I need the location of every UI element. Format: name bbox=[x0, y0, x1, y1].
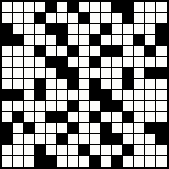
block-cell bbox=[90, 35, 101, 46]
grid-cell[interactable] bbox=[57, 90, 68, 101]
grid-cell[interactable] bbox=[134, 112, 145, 123]
grid-cell[interactable] bbox=[134, 68, 145, 79]
grid-cell[interactable] bbox=[24, 156, 35, 167]
block-cell bbox=[68, 2, 79, 13]
grid-cell[interactable] bbox=[134, 24, 145, 35]
block-cell bbox=[112, 2, 123, 13]
grid-cell[interactable] bbox=[156, 13, 167, 24]
block-cell bbox=[57, 112, 68, 123]
grid-cell[interactable] bbox=[57, 13, 68, 24]
block-cell bbox=[90, 112, 101, 123]
grid-cell[interactable] bbox=[134, 13, 145, 24]
grid-cell[interactable] bbox=[35, 24, 46, 35]
grid-cell[interactable] bbox=[79, 2, 90, 13]
grid-cell[interactable] bbox=[90, 13, 101, 24]
grid-cell[interactable] bbox=[134, 46, 145, 57]
grid-cell[interactable] bbox=[35, 35, 46, 46]
grid-cell[interactable] bbox=[46, 68, 57, 79]
block-cell bbox=[156, 68, 167, 79]
grid-cell[interactable] bbox=[134, 145, 145, 156]
grid-cell[interactable] bbox=[35, 112, 46, 123]
grid-cell[interactable] bbox=[57, 2, 68, 13]
grid-cell[interactable] bbox=[13, 24, 24, 35]
block-cell bbox=[123, 79, 134, 90]
grid-cell[interactable] bbox=[123, 35, 134, 46]
block-cell bbox=[156, 123, 167, 134]
grid-cell[interactable] bbox=[24, 68, 35, 79]
grid-cell[interactable] bbox=[145, 145, 156, 156]
grid-cell[interactable] bbox=[79, 123, 90, 134]
grid-cell[interactable] bbox=[101, 68, 112, 79]
block-cell bbox=[2, 134, 13, 145]
grid-cell[interactable] bbox=[112, 145, 123, 156]
grid-cell[interactable] bbox=[35, 101, 46, 112]
grid-cell[interactable] bbox=[13, 13, 24, 24]
grid-cell[interactable] bbox=[156, 145, 167, 156]
block-cell bbox=[46, 57, 57, 68]
grid-cell[interactable] bbox=[24, 24, 35, 35]
grid-cell[interactable] bbox=[79, 134, 90, 145]
block-cell bbox=[2, 35, 13, 46]
grid-cell[interactable] bbox=[13, 46, 24, 57]
block-cell bbox=[145, 123, 156, 134]
grid-cell[interactable] bbox=[145, 101, 156, 112]
grid-cell[interactable] bbox=[156, 79, 167, 90]
grid-cell[interactable] bbox=[101, 79, 112, 90]
grid-cell[interactable] bbox=[112, 57, 123, 68]
grid-cell[interactable] bbox=[79, 24, 90, 35]
block-cell bbox=[90, 156, 101, 167]
grid-cell[interactable] bbox=[145, 112, 156, 123]
grid-cell[interactable] bbox=[156, 112, 167, 123]
grid-cell[interactable] bbox=[101, 2, 112, 13]
grid-cell[interactable] bbox=[2, 13, 13, 24]
grid-cell[interactable] bbox=[90, 68, 101, 79]
block-cell bbox=[112, 46, 123, 57]
grid-cell[interactable] bbox=[101, 112, 112, 123]
block-cell bbox=[134, 35, 145, 46]
grid-cell[interactable] bbox=[156, 57, 167, 68]
grid-cell[interactable] bbox=[123, 156, 134, 167]
block-cell bbox=[46, 2, 57, 13]
grid-cell[interactable] bbox=[24, 145, 35, 156]
block-cell bbox=[13, 90, 24, 101]
block-cell bbox=[68, 46, 79, 57]
block-cell bbox=[79, 13, 90, 24]
grid-cell[interactable] bbox=[35, 2, 46, 13]
grid-cell[interactable] bbox=[145, 90, 156, 101]
grid-cell[interactable] bbox=[2, 112, 13, 123]
grid-cell[interactable] bbox=[79, 101, 90, 112]
block-cell bbox=[101, 24, 112, 35]
grid-cell[interactable] bbox=[123, 101, 134, 112]
grid-cell[interactable] bbox=[145, 2, 156, 13]
grid-cell[interactable] bbox=[79, 156, 90, 167]
block-cell bbox=[68, 68, 79, 79]
grid-cell[interactable] bbox=[24, 35, 35, 46]
block-cell bbox=[123, 112, 134, 123]
block-cell bbox=[57, 68, 68, 79]
grid-cell[interactable] bbox=[134, 90, 145, 101]
grid-cell[interactable] bbox=[68, 90, 79, 101]
grid-cell[interactable] bbox=[156, 101, 167, 112]
grid-cell[interactable] bbox=[13, 145, 24, 156]
grid-cell[interactable] bbox=[2, 57, 13, 68]
block-cell bbox=[156, 24, 167, 35]
grid-cell[interactable] bbox=[145, 24, 156, 35]
crossword-grid bbox=[0, 0, 169, 169]
block-cell bbox=[35, 13, 46, 24]
block-cell bbox=[90, 79, 101, 90]
grid-cell[interactable] bbox=[79, 46, 90, 57]
grid-cell[interactable] bbox=[46, 79, 57, 90]
grid-cell[interactable] bbox=[90, 24, 101, 35]
grid-cell[interactable] bbox=[134, 101, 145, 112]
grid-cell[interactable] bbox=[13, 134, 24, 145]
block-cell bbox=[68, 101, 79, 112]
grid-cell[interactable] bbox=[57, 101, 68, 112]
grid-cell[interactable] bbox=[57, 79, 68, 90]
block-cell bbox=[57, 35, 68, 46]
grid-cell[interactable] bbox=[35, 134, 46, 145]
grid-cell[interactable] bbox=[35, 68, 46, 79]
grid-cell[interactable] bbox=[90, 134, 101, 145]
grid-cell[interactable] bbox=[24, 46, 35, 57]
block-cell bbox=[46, 24, 57, 35]
grid-cell[interactable] bbox=[68, 13, 79, 24]
grid-cell[interactable] bbox=[24, 79, 35, 90]
block-cell bbox=[57, 134, 68, 145]
block-cell bbox=[46, 112, 57, 123]
block-cell bbox=[101, 46, 112, 57]
grid-cell[interactable] bbox=[145, 134, 156, 145]
block-cell bbox=[13, 35, 24, 46]
block-cell bbox=[57, 57, 68, 68]
grid-cell[interactable] bbox=[24, 57, 35, 68]
block-cell bbox=[35, 156, 46, 167]
grid-cell[interactable] bbox=[46, 13, 57, 24]
grid-cell[interactable] bbox=[57, 46, 68, 57]
grid-cell[interactable] bbox=[2, 79, 13, 90]
grid-cell[interactable] bbox=[156, 46, 167, 57]
grid-cell[interactable] bbox=[2, 46, 13, 57]
block-cell bbox=[101, 134, 112, 145]
grid-cell[interactable] bbox=[156, 90, 167, 101]
grid-cell[interactable] bbox=[101, 156, 112, 167]
grid-cell[interactable] bbox=[123, 134, 134, 145]
block-cell bbox=[68, 123, 79, 134]
block-cell bbox=[35, 90, 46, 101]
grid-cell[interactable] bbox=[112, 112, 123, 123]
block-cell bbox=[101, 90, 112, 101]
block-cell bbox=[156, 35, 167, 46]
grid-cell[interactable] bbox=[35, 57, 46, 68]
block-cell bbox=[57, 24, 68, 35]
grid-cell[interactable] bbox=[156, 2, 167, 13]
grid-cell[interactable] bbox=[57, 123, 68, 134]
grid-cell[interactable] bbox=[112, 24, 123, 35]
grid-cell[interactable] bbox=[2, 145, 13, 156]
grid-cell[interactable] bbox=[134, 134, 145, 145]
grid-cell[interactable] bbox=[68, 57, 79, 68]
block-cell bbox=[112, 101, 123, 112]
grid-cell[interactable] bbox=[134, 57, 145, 68]
block-cell bbox=[68, 79, 79, 90]
grid-cell[interactable] bbox=[79, 57, 90, 68]
grid-cell[interactable] bbox=[112, 123, 123, 134]
block-cell bbox=[112, 156, 123, 167]
grid-cell[interactable] bbox=[123, 123, 134, 134]
block-cell bbox=[112, 134, 123, 145]
grid-cell[interactable] bbox=[46, 46, 57, 57]
grid-cell[interactable] bbox=[13, 101, 24, 112]
grid-cell[interactable] bbox=[101, 57, 112, 68]
grid-cell[interactable] bbox=[24, 13, 35, 24]
grid-cell[interactable] bbox=[68, 112, 79, 123]
grid-cell[interactable] bbox=[112, 79, 123, 90]
block-cell bbox=[123, 68, 134, 79]
grid-cell[interactable] bbox=[123, 90, 134, 101]
grid-cell[interactable] bbox=[2, 2, 13, 13]
grid-cell[interactable] bbox=[24, 90, 35, 101]
grid-cell[interactable] bbox=[46, 145, 57, 156]
grid-cell[interactable] bbox=[79, 112, 90, 123]
grid-cell[interactable] bbox=[90, 46, 101, 57]
grid-cell[interactable] bbox=[24, 2, 35, 13]
grid-cell[interactable] bbox=[101, 145, 112, 156]
grid-cell[interactable] bbox=[90, 101, 101, 112]
grid-cell[interactable] bbox=[2, 68, 13, 79]
grid-cell[interactable] bbox=[46, 134, 57, 145]
grid-cell[interactable] bbox=[123, 57, 134, 68]
grid-cell[interactable] bbox=[134, 156, 145, 167]
grid-cell[interactable] bbox=[24, 134, 35, 145]
grid-cell[interactable] bbox=[68, 134, 79, 145]
grid-cell[interactable] bbox=[134, 2, 145, 13]
grid-cell[interactable] bbox=[123, 46, 134, 57]
grid-cell[interactable] bbox=[57, 145, 68, 156]
grid-cell[interactable] bbox=[79, 68, 90, 79]
grid-cell[interactable] bbox=[13, 2, 24, 13]
grid-cell[interactable] bbox=[112, 13, 123, 24]
block-cell bbox=[123, 2, 134, 13]
block-cell bbox=[24, 123, 35, 134]
grid-cell[interactable] bbox=[13, 156, 24, 167]
block-cell bbox=[79, 145, 90, 156]
grid-cell[interactable] bbox=[145, 156, 156, 167]
grid-cell[interactable] bbox=[112, 68, 123, 79]
grid-cell[interactable] bbox=[156, 156, 167, 167]
grid-cell[interactable] bbox=[145, 35, 156, 46]
grid-cell[interactable] bbox=[13, 79, 24, 90]
grid-cell[interactable] bbox=[46, 90, 57, 101]
grid-cell[interactable] bbox=[68, 35, 79, 46]
block-cell bbox=[2, 90, 13, 101]
block-cell bbox=[35, 145, 46, 156]
grid-cell[interactable] bbox=[68, 145, 79, 156]
block-cell bbox=[156, 134, 167, 145]
grid-cell[interactable] bbox=[46, 101, 57, 112]
block-cell bbox=[123, 145, 134, 156]
grid-cell[interactable] bbox=[90, 145, 101, 156]
grid-cell[interactable] bbox=[24, 101, 35, 112]
grid-cell[interactable] bbox=[145, 79, 156, 90]
block-cell bbox=[35, 46, 46, 57]
grid-cell[interactable] bbox=[112, 90, 123, 101]
grid-cell[interactable] bbox=[13, 123, 24, 134]
grid-cell[interactable] bbox=[145, 13, 156, 24]
grid-cell[interactable] bbox=[2, 156, 13, 167]
grid-cell[interactable] bbox=[46, 123, 57, 134]
grid-cell[interactable] bbox=[68, 156, 79, 167]
block-cell bbox=[145, 68, 156, 79]
grid-cell[interactable] bbox=[68, 24, 79, 35]
grid-cell[interactable] bbox=[13, 68, 24, 79]
grid-cell[interactable] bbox=[79, 35, 90, 46]
grid-cell[interactable] bbox=[90, 123, 101, 134]
block-cell bbox=[145, 46, 156, 57]
block-cell bbox=[90, 57, 101, 68]
grid-cell[interactable] bbox=[24, 112, 35, 123]
grid-cell[interactable] bbox=[145, 57, 156, 68]
grid-cell[interactable] bbox=[46, 35, 57, 46]
grid-cell[interactable] bbox=[79, 90, 90, 101]
block-cell bbox=[46, 156, 57, 167]
block-cell bbox=[90, 90, 101, 101]
grid-cell[interactable] bbox=[101, 13, 112, 24]
grid-cell[interactable] bbox=[13, 57, 24, 68]
block-cell bbox=[13, 112, 24, 123]
block-cell bbox=[2, 123, 13, 134]
block-cell bbox=[101, 101, 112, 112]
grid-cell[interactable] bbox=[2, 101, 13, 112]
block-cell bbox=[2, 24, 13, 35]
grid-cell[interactable] bbox=[90, 2, 101, 13]
crossword-board bbox=[0, 0, 169, 169]
block-cell bbox=[35, 79, 46, 90]
grid-cell[interactable] bbox=[134, 123, 145, 134]
block-cell bbox=[101, 123, 112, 134]
grid-cell[interactable] bbox=[123, 24, 134, 35]
grid-cell[interactable] bbox=[35, 123, 46, 134]
block-cell bbox=[123, 13, 134, 24]
grid-cell[interactable] bbox=[112, 35, 123, 46]
grid-cell[interactable] bbox=[101, 35, 112, 46]
grid-cell[interactable] bbox=[79, 79, 90, 90]
grid-cell[interactable] bbox=[57, 156, 68, 167]
grid-cell[interactable] bbox=[134, 79, 145, 90]
